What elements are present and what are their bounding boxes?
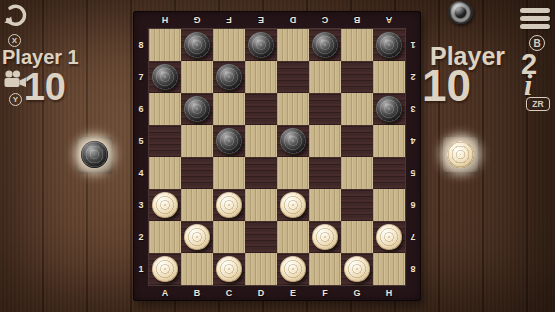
square-c6[interactable] bbox=[213, 93, 245, 125]
file-label-b: B bbox=[181, 285, 213, 301]
square-b8[interactable] bbox=[181, 29, 213, 61]
square-d2[interactable] bbox=[245, 221, 277, 253]
checker-black-d8[interactable] bbox=[248, 32, 274, 58]
checker-white-c3[interactable] bbox=[216, 192, 242, 218]
square-d6[interactable] bbox=[245, 93, 277, 125]
square-b5[interactable] bbox=[181, 125, 213, 157]
file-labels-top: ABCDEFGH bbox=[149, 11, 405, 29]
board-frame: ABCDEFGH ABCDEFGH 87654321 87654321 bbox=[133, 11, 421, 301]
square-c8[interactable] bbox=[213, 29, 245, 61]
square-e3[interactable] bbox=[277, 189, 309, 221]
square-b2[interactable] bbox=[181, 221, 213, 253]
file-label-b: B bbox=[341, 11, 373, 29]
square-h5[interactable] bbox=[373, 125, 405, 157]
square-f1[interactable] bbox=[309, 253, 341, 285]
square-d7[interactable] bbox=[245, 61, 277, 93]
rank-label-1: 1 bbox=[405, 29, 421, 61]
checker-black-c5[interactable] bbox=[216, 128, 242, 154]
square-c1[interactable] bbox=[213, 253, 245, 285]
rank-label-4: 4 bbox=[405, 125, 421, 157]
button-zr-label: ZR bbox=[532, 99, 543, 109]
file-label-h: H bbox=[149, 11, 181, 29]
rank-labels-right: 87654321 bbox=[405, 29, 421, 285]
checker-black-f8[interactable] bbox=[312, 32, 338, 58]
square-a8[interactable] bbox=[149, 29, 181, 61]
square-c4[interactable] bbox=[213, 157, 245, 189]
square-b7[interactable] bbox=[181, 61, 213, 93]
square-c2[interactable] bbox=[213, 221, 245, 253]
rank-label-5: 5 bbox=[133, 125, 149, 157]
square-d8[interactable] bbox=[245, 29, 277, 61]
square-h2[interactable] bbox=[373, 221, 405, 253]
square-f8[interactable] bbox=[309, 29, 341, 61]
button-x-label: X bbox=[12, 36, 17, 45]
square-e1[interactable] bbox=[277, 253, 309, 285]
button-y-label: Y bbox=[13, 95, 18, 104]
file-label-f: F bbox=[213, 11, 245, 29]
rank-label-1: 1 bbox=[133, 253, 149, 285]
checker-white-a1[interactable] bbox=[152, 256, 178, 282]
captured-checker-black bbox=[448, 1, 473, 24]
square-a1[interactable] bbox=[149, 253, 181, 285]
square-g1[interactable] bbox=[341, 253, 373, 285]
square-f5[interactable] bbox=[309, 125, 341, 157]
square-h8[interactable] bbox=[373, 29, 405, 61]
player2-score: 10 bbox=[422, 64, 471, 108]
rank-label-6: 6 bbox=[405, 189, 421, 221]
file-label-g: G bbox=[181, 11, 213, 29]
file-label-c: C bbox=[213, 285, 245, 301]
checker-black-c7[interactable] bbox=[216, 64, 242, 90]
checker-black-h6[interactable] bbox=[376, 96, 402, 122]
file-label-c: C bbox=[309, 11, 341, 29]
square-c7[interactable] bbox=[213, 61, 245, 93]
rank-label-2: 2 bbox=[405, 61, 421, 93]
square-a3[interactable] bbox=[149, 189, 181, 221]
checker-white-c1[interactable] bbox=[216, 256, 242, 282]
square-h4[interactable] bbox=[373, 157, 405, 189]
button-hint-y: Y bbox=[9, 93, 22, 106]
checker-white-a3[interactable] bbox=[152, 192, 178, 218]
file-label-e: E bbox=[277, 285, 309, 301]
square-b6[interactable] bbox=[181, 93, 213, 125]
board-grid bbox=[149, 29, 405, 285]
player2-piece-indicator bbox=[447, 141, 474, 168]
square-e5[interactable] bbox=[277, 125, 309, 157]
square-h6[interactable] bbox=[373, 93, 405, 125]
rank-label-4: 4 bbox=[133, 157, 149, 189]
square-d4[interactable] bbox=[245, 157, 277, 189]
square-h7[interactable] bbox=[373, 61, 405, 93]
square-f4[interactable] bbox=[309, 157, 341, 189]
file-label-a: A bbox=[149, 285, 181, 301]
square-g7[interactable] bbox=[341, 61, 373, 93]
square-e4[interactable] bbox=[277, 157, 309, 189]
square-a4[interactable] bbox=[149, 157, 181, 189]
rank-labels-left: 87654321 bbox=[133, 29, 149, 285]
square-e2[interactable] bbox=[277, 221, 309, 253]
file-label-a: A bbox=[373, 11, 405, 29]
menu-icon-bar bbox=[520, 16, 550, 21]
rank-label-7: 7 bbox=[133, 61, 149, 93]
rank-label-5: 5 bbox=[405, 157, 421, 189]
button-hint-zr: ZR bbox=[526, 97, 550, 111]
rank-label-3: 3 bbox=[133, 189, 149, 221]
checker-white-b2[interactable] bbox=[184, 224, 210, 250]
square-f2[interactable] bbox=[309, 221, 341, 253]
square-b1[interactable] bbox=[181, 253, 213, 285]
square-f6[interactable] bbox=[309, 93, 341, 125]
square-d1[interactable] bbox=[245, 253, 277, 285]
square-f3[interactable] bbox=[309, 189, 341, 221]
square-e7[interactable] bbox=[277, 61, 309, 93]
checker-black-h8[interactable] bbox=[376, 32, 402, 58]
rank-label-3: 3 bbox=[405, 93, 421, 125]
square-g5[interactable] bbox=[341, 125, 373, 157]
checker-black-b6[interactable] bbox=[184, 96, 210, 122]
square-a6[interactable] bbox=[149, 93, 181, 125]
square-h3[interactable] bbox=[373, 189, 405, 221]
file-label-h: H bbox=[373, 285, 405, 301]
square-g3[interactable] bbox=[341, 189, 373, 221]
square-d5[interactable] bbox=[245, 125, 277, 157]
square-a5[interactable] bbox=[149, 125, 181, 157]
restart-icon bbox=[3, 4, 27, 28]
checker-white-g1[interactable] bbox=[344, 256, 370, 282]
square-b4[interactable] bbox=[181, 157, 213, 189]
square-e8[interactable] bbox=[277, 29, 309, 61]
square-g2[interactable] bbox=[341, 221, 373, 253]
file-label-d: D bbox=[277, 11, 309, 29]
square-a2[interactable] bbox=[149, 221, 181, 253]
checker-white-h2[interactable] bbox=[376, 224, 402, 250]
rank-label-8: 8 bbox=[405, 253, 421, 285]
checker-black-e5[interactable] bbox=[280, 128, 306, 154]
menu-icon-bar bbox=[520, 8, 550, 13]
player1-piece-slot bbox=[77, 137, 112, 172]
player2-piece-slot bbox=[443, 137, 478, 172]
square-g8[interactable] bbox=[341, 29, 373, 61]
menu-button[interactable] bbox=[520, 8, 550, 29]
rank-label-8: 8 bbox=[133, 29, 149, 61]
rank-label-6: 6 bbox=[133, 93, 149, 125]
rank-label-2: 2 bbox=[133, 221, 149, 253]
square-f7[interactable] bbox=[309, 61, 341, 93]
square-b3[interactable] bbox=[181, 189, 213, 221]
square-g6[interactable] bbox=[341, 93, 373, 125]
square-a7[interactable] bbox=[149, 61, 181, 93]
checker-black-b8[interactable] bbox=[184, 32, 210, 58]
checker-white-f2[interactable] bbox=[312, 224, 338, 250]
checkers-game-screen: X Player 1 10 Y ABCDEFGH ABCDEFGH 876543… bbox=[0, 0, 555, 312]
square-c5[interactable] bbox=[213, 125, 245, 157]
square-d3[interactable] bbox=[245, 189, 277, 221]
checker-white-e3[interactable] bbox=[280, 192, 306, 218]
button-b-label: B bbox=[533, 38, 540, 49]
checker-white-e1[interactable] bbox=[280, 256, 306, 282]
square-h1[interactable] bbox=[373, 253, 405, 285]
file-label-g: G bbox=[341, 285, 373, 301]
file-label-d: D bbox=[245, 285, 277, 301]
file-labels-bottom: ABCDEFGH bbox=[149, 285, 405, 301]
checker-black-a7[interactable] bbox=[152, 64, 178, 90]
file-label-f: F bbox=[309, 285, 341, 301]
square-c3[interactable] bbox=[213, 189, 245, 221]
square-g4[interactable] bbox=[341, 157, 373, 189]
file-label-e: E bbox=[245, 11, 277, 29]
square-e6[interactable] bbox=[277, 93, 309, 125]
player1-piece-indicator bbox=[81, 141, 108, 168]
restart-button[interactable] bbox=[3, 4, 27, 32]
rank-label-7: 7 bbox=[405, 221, 421, 253]
menu-icon-bar bbox=[520, 24, 550, 29]
